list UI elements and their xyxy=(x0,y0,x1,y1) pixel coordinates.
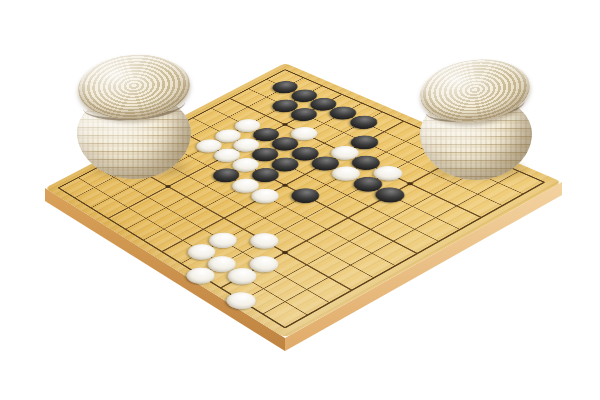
go-stone-bowl-left xyxy=(76,55,192,179)
go-stone-bowl-right xyxy=(419,60,533,180)
go-set-product-photo xyxy=(0,0,600,400)
